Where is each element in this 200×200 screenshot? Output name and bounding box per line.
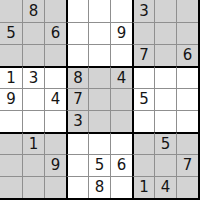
cell-r4c6[interactable]: 4	[110, 66, 132, 88]
cell-r2c3[interactable]: 6	[44, 22, 66, 44]
sudoku-screenshot: 8356976138494753159567814	[0, 0, 200, 200]
cell-r2c1[interactable]: 5	[0, 22, 22, 44]
cell-r1c2[interactable]: 8	[22, 0, 44, 22]
cell-r2c4[interactable]	[66, 22, 88, 44]
cell-r7c9[interactable]	[176, 132, 198, 154]
cell-r9c3[interactable]	[44, 176, 66, 198]
cell-r9c4[interactable]	[66, 176, 88, 198]
cell-r1c8[interactable]	[154, 0, 176, 22]
cell-r2c8[interactable]	[154, 22, 176, 44]
cell-r5c5[interactable]	[88, 88, 110, 110]
sudoku-board: 8356976138494753159567814	[0, 0, 200, 200]
cell-r4c2[interactable]: 3	[22, 66, 44, 88]
cell-r6c4[interactable]: 3	[66, 110, 88, 132]
cell-r5c8[interactable]	[154, 88, 176, 110]
cell-r4c8[interactable]	[154, 66, 176, 88]
cell-r1c4[interactable]	[66, 0, 88, 22]
cell-r3c9[interactable]: 6	[176, 44, 198, 66]
cell-r8c6[interactable]: 6	[110, 154, 132, 176]
cell-r9c5[interactable]: 8	[88, 176, 110, 198]
cell-r5c3[interactable]: 4	[44, 88, 66, 110]
cell-r1c1[interactable]	[0, 0, 22, 22]
cell-r5c1[interactable]: 9	[0, 88, 22, 110]
cell-r1c9[interactable]	[176, 0, 198, 22]
cell-r2c9[interactable]	[176, 22, 198, 44]
cell-r2c2[interactable]	[22, 22, 44, 44]
cell-r6c2[interactable]	[22, 110, 44, 132]
cell-r6c3[interactable]	[44, 110, 66, 132]
cell-r8c5[interactable]: 5	[88, 154, 110, 176]
cell-r8c7[interactable]	[132, 154, 154, 176]
cell-r4c3[interactable]	[44, 66, 66, 88]
cell-r3c2[interactable]	[22, 44, 44, 66]
cell-r3c5[interactable]	[88, 44, 110, 66]
cell-r3c8[interactable]	[154, 44, 176, 66]
cell-r9c2[interactable]	[22, 176, 44, 198]
cell-r9c6[interactable]	[110, 176, 132, 198]
cell-r4c7[interactable]	[132, 66, 154, 88]
cell-r2c7[interactable]	[132, 22, 154, 44]
cell-r3c4[interactable]	[66, 44, 88, 66]
cell-r9c9[interactable]	[176, 176, 198, 198]
cell-r8c3[interactable]: 9	[44, 154, 66, 176]
cell-r6c9[interactable]	[176, 110, 198, 132]
cell-r2c6[interactable]: 9	[110, 22, 132, 44]
cell-r7c1[interactable]	[0, 132, 22, 154]
cell-r5c6[interactable]	[110, 88, 132, 110]
cell-r8c1[interactable]	[0, 154, 22, 176]
cell-r1c3[interactable]	[44, 0, 66, 22]
cell-r6c7[interactable]	[132, 110, 154, 132]
cell-r7c5[interactable]	[88, 132, 110, 154]
cell-r3c6[interactable]	[110, 44, 132, 66]
cell-r9c8[interactable]: 4	[154, 176, 176, 198]
cell-r8c8[interactable]	[154, 154, 176, 176]
cell-r8c2[interactable]	[22, 154, 44, 176]
cell-r6c1[interactable]	[0, 110, 22, 132]
cell-r6c8[interactable]	[154, 110, 176, 132]
cell-r6c5[interactable]	[88, 110, 110, 132]
cell-r8c9[interactable]: 7	[176, 154, 198, 176]
cell-r7c6[interactable]	[110, 132, 132, 154]
cell-r3c3[interactable]	[44, 44, 66, 66]
cell-r5c7[interactable]: 5	[132, 88, 154, 110]
cell-r4c5[interactable]	[88, 66, 110, 88]
cell-r9c1[interactable]	[0, 176, 22, 198]
cell-r5c4[interactable]: 7	[66, 88, 88, 110]
cell-r5c2[interactable]	[22, 88, 44, 110]
cell-r9c7[interactable]: 1	[132, 176, 154, 198]
cell-r7c3[interactable]	[44, 132, 66, 154]
cell-r7c2[interactable]: 1	[22, 132, 44, 154]
cell-r7c4[interactable]	[66, 132, 88, 154]
cell-r4c4[interactable]: 8	[66, 66, 88, 88]
cell-r6c6[interactable]	[110, 110, 132, 132]
cell-r3c7[interactable]: 7	[132, 44, 154, 66]
cell-r2c5[interactable]	[88, 22, 110, 44]
cell-r7c7[interactable]	[132, 132, 154, 154]
cell-r1c5[interactable]	[88, 0, 110, 22]
cell-r3c1[interactable]	[0, 44, 22, 66]
cell-r4c9[interactable]	[176, 66, 198, 88]
cell-r1c6[interactable]	[110, 0, 132, 22]
cell-r1c7[interactable]: 3	[132, 0, 154, 22]
cell-r5c9[interactable]	[176, 88, 198, 110]
cell-r4c1[interactable]: 1	[0, 66, 22, 88]
cell-r7c8[interactable]: 5	[154, 132, 176, 154]
cell-r8c4[interactable]	[66, 154, 88, 176]
